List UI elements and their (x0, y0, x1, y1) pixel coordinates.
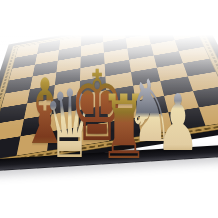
piece-pawn-f1[interactable]: ♟ (141, 84, 215, 162)
chess-set-photo: ♝ ♛ ♚ ♜ ♞ ♟ (0, 0, 218, 218)
